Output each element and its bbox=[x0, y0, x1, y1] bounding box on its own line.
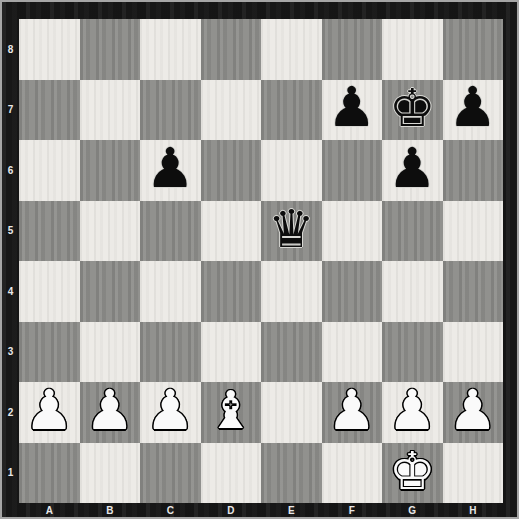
square-c1[interactable] bbox=[140, 443, 201, 504]
rank-label-6: 6 bbox=[2, 140, 19, 201]
black-pawn: ♟ bbox=[388, 141, 437, 196]
file-label-h: H bbox=[443, 503, 504, 517]
file-label-d: D bbox=[201, 503, 262, 517]
file-label-b: B bbox=[80, 503, 141, 517]
square-h5[interactable] bbox=[443, 201, 504, 262]
file-label-f: F bbox=[322, 503, 383, 517]
square-d5[interactable] bbox=[201, 201, 262, 262]
square-g7[interactable]: ♚ bbox=[382, 80, 443, 141]
square-f2[interactable]: ♟ bbox=[322, 382, 383, 443]
black-king: ♚ bbox=[389, 82, 436, 134]
square-b3[interactable] bbox=[80, 322, 141, 383]
square-f5[interactable] bbox=[322, 201, 383, 262]
square-h8[interactable] bbox=[443, 19, 504, 80]
black-pawn: ♟ bbox=[146, 141, 195, 196]
square-g5[interactable] bbox=[382, 201, 443, 262]
white-pawn: ♟ bbox=[25, 383, 74, 438]
file-label-e: E bbox=[261, 503, 322, 517]
square-b4[interactable] bbox=[80, 261, 141, 322]
rank-label-4: 4 bbox=[2, 261, 19, 322]
square-f6[interactable] bbox=[322, 140, 383, 201]
white-king: ♚ bbox=[389, 445, 436, 497]
rank-labels: 87654321 bbox=[2, 19, 19, 503]
square-h2[interactable]: ♟ bbox=[443, 382, 504, 443]
square-b2[interactable]: ♟ bbox=[80, 382, 141, 443]
rank-label-2: 2 bbox=[2, 382, 19, 443]
square-e3[interactable] bbox=[261, 322, 322, 383]
square-e6[interactable] bbox=[261, 140, 322, 201]
square-b5[interactable] bbox=[80, 201, 141, 262]
square-d6[interactable] bbox=[201, 140, 262, 201]
rank-label-7: 7 bbox=[2, 80, 19, 141]
rank-label-3: 3 bbox=[2, 322, 19, 383]
square-a1[interactable] bbox=[19, 443, 80, 504]
square-c7[interactable] bbox=[140, 80, 201, 141]
square-g6[interactable]: ♟ bbox=[382, 140, 443, 201]
square-a5[interactable] bbox=[19, 201, 80, 262]
square-h4[interactable] bbox=[443, 261, 504, 322]
file-label-a: A bbox=[19, 503, 80, 517]
square-c4[interactable] bbox=[140, 261, 201, 322]
square-b7[interactable] bbox=[80, 80, 141, 141]
file-label-g: G bbox=[382, 503, 443, 517]
square-f8[interactable] bbox=[322, 19, 383, 80]
square-g8[interactable] bbox=[382, 19, 443, 80]
white-pawn: ♟ bbox=[85, 383, 134, 438]
square-d1[interactable] bbox=[201, 443, 262, 504]
chess-board: ♟♚♟♟♟♛♟♟♟♝♟♟♟♚ bbox=[19, 19, 503, 503]
rank-label-5: 5 bbox=[2, 201, 19, 262]
square-d4[interactable] bbox=[201, 261, 262, 322]
square-g3[interactable] bbox=[382, 322, 443, 383]
square-h1[interactable] bbox=[443, 443, 504, 504]
white-bishop: ♝ bbox=[207, 384, 254, 436]
square-a7[interactable] bbox=[19, 80, 80, 141]
square-c3[interactable] bbox=[140, 322, 201, 383]
white-pawn: ♟ bbox=[388, 383, 437, 438]
file-labels: ABCDEFGH bbox=[19, 503, 503, 517]
white-pawn: ♟ bbox=[448, 383, 497, 438]
square-a3[interactable] bbox=[19, 322, 80, 383]
square-d8[interactable] bbox=[201, 19, 262, 80]
square-f7[interactable]: ♟ bbox=[322, 80, 383, 141]
white-pawn: ♟ bbox=[146, 383, 195, 438]
square-h7[interactable]: ♟ bbox=[443, 80, 504, 141]
square-d2[interactable]: ♝ bbox=[201, 382, 262, 443]
square-a6[interactable] bbox=[19, 140, 80, 201]
rank-label-8: 8 bbox=[2, 19, 19, 80]
rank-label-1: 1 bbox=[2, 443, 19, 504]
square-e2[interactable] bbox=[261, 382, 322, 443]
square-h3[interactable] bbox=[443, 322, 504, 383]
square-e4[interactable] bbox=[261, 261, 322, 322]
board-frame: 87654321 ♟♚♟♟♟♛♟♟♟♝♟♟♟♚ ABCDEFGH bbox=[0, 0, 519, 519]
square-e5[interactable]: ♛ bbox=[261, 201, 322, 262]
square-b8[interactable] bbox=[80, 19, 141, 80]
square-f4[interactable] bbox=[322, 261, 383, 322]
square-e8[interactable] bbox=[261, 19, 322, 80]
square-c2[interactable]: ♟ bbox=[140, 382, 201, 443]
black-pawn: ♟ bbox=[448, 80, 497, 135]
black-queen: ♛ bbox=[268, 203, 315, 255]
square-g1[interactable]: ♚ bbox=[382, 443, 443, 504]
square-g4[interactable] bbox=[382, 261, 443, 322]
square-d7[interactable] bbox=[201, 80, 262, 141]
square-a2[interactable]: ♟ bbox=[19, 382, 80, 443]
file-label-c: C bbox=[140, 503, 201, 517]
square-a4[interactable] bbox=[19, 261, 80, 322]
square-c8[interactable] bbox=[140, 19, 201, 80]
square-b6[interactable] bbox=[80, 140, 141, 201]
white-pawn: ♟ bbox=[327, 383, 376, 438]
square-f3[interactable] bbox=[322, 322, 383, 383]
square-e1[interactable] bbox=[261, 443, 322, 504]
square-b1[interactable] bbox=[80, 443, 141, 504]
square-f1[interactable] bbox=[322, 443, 383, 504]
square-a8[interactable] bbox=[19, 19, 80, 80]
square-c6[interactable]: ♟ bbox=[140, 140, 201, 201]
square-g2[interactable]: ♟ bbox=[382, 382, 443, 443]
square-c5[interactable] bbox=[140, 201, 201, 262]
square-d3[interactable] bbox=[201, 322, 262, 383]
black-pawn: ♟ bbox=[327, 80, 376, 135]
square-e7[interactable] bbox=[261, 80, 322, 141]
square-h6[interactable] bbox=[443, 140, 504, 201]
